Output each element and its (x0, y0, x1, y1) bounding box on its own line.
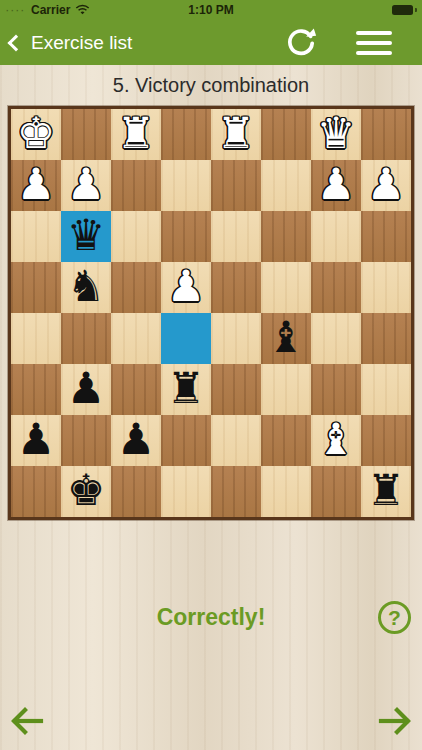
square-d5[interactable] (211, 313, 261, 364)
piece-wQ-b1: ♛ (317, 112, 356, 155)
question-mark-label: ? (388, 606, 401, 630)
square-f2[interactable] (111, 160, 161, 211)
square-c3[interactable] (261, 211, 311, 262)
piece-wR-f1: ♜ (117, 112, 156, 155)
square-c5[interactable]: ♝ (261, 313, 311, 364)
square-d6[interactable] (211, 364, 261, 415)
square-d4[interactable] (211, 262, 261, 313)
battery-icon (392, 5, 417, 15)
question-mark-icon[interactable]: ? (378, 601, 411, 634)
square-g2[interactable]: ♟ (61, 160, 111, 211)
square-h6[interactable] (11, 364, 61, 415)
piece-bN-g4: ♞ (67, 265, 106, 308)
piece-bB-c5: ♝ (267, 316, 306, 359)
square-f6[interactable] (111, 364, 161, 415)
previous-exercise-button[interactable] (8, 702, 46, 740)
piece-wP-b2: ♟ (317, 163, 356, 206)
back-button-label: Exercise list (31, 32, 132, 54)
nav-bar: Exercise list (0, 20, 422, 65)
square-b3[interactable] (311, 211, 361, 262)
square-b5[interactable] (311, 313, 361, 364)
piece-bR-e6: ♜ (167, 367, 206, 410)
square-h4[interactable] (11, 262, 61, 313)
square-g5[interactable] (61, 313, 111, 364)
piece-wP-e4: ♟ (167, 265, 206, 308)
square-g7[interactable] (61, 415, 111, 466)
square-c6[interactable] (261, 364, 311, 415)
square-h7[interactable]: ♟ (11, 415, 61, 466)
square-e8[interactable] (161, 466, 211, 517)
square-h2[interactable]: ♟ (11, 160, 61, 211)
piece-wK-h1: ♚ (17, 112, 56, 155)
square-g1[interactable] (61, 109, 111, 160)
square-b6[interactable] (311, 364, 361, 415)
square-f3[interactable] (111, 211, 161, 262)
piece-wB-b7: ♝ (317, 418, 356, 461)
square-a4[interactable] (361, 262, 411, 313)
square-a2[interactable]: ♟ (361, 160, 411, 211)
square-h8[interactable] (11, 466, 61, 517)
page-title: 5. Victory combination (0, 74, 422, 97)
piece-bK-g8: ♚ (67, 469, 106, 512)
refresh-icon[interactable] (285, 27, 317, 59)
square-d7[interactable] (211, 415, 261, 466)
square-c2[interactable] (261, 160, 311, 211)
square-f1[interactable]: ♜ (111, 109, 161, 160)
square-c1[interactable] (261, 109, 311, 160)
square-e4[interactable]: ♟ (161, 262, 211, 313)
back-button[interactable]: Exercise list (10, 20, 132, 65)
square-f4[interactable] (111, 262, 161, 313)
status-bar: ···· Carrier 1:10 PM (0, 0, 422, 20)
piece-bR-a8: ♜ (367, 469, 406, 512)
square-b1[interactable]: ♛ (311, 109, 361, 160)
square-e2[interactable] (161, 160, 211, 211)
square-g4[interactable]: ♞ (61, 262, 111, 313)
square-e5[interactable] (161, 313, 211, 364)
square-b7[interactable]: ♝ (311, 415, 361, 466)
square-a1[interactable] (361, 109, 411, 160)
chevron-left-icon (8, 35, 25, 52)
square-h1[interactable]: ♚ (11, 109, 61, 160)
square-e1[interactable] (161, 109, 211, 160)
square-h3[interactable] (11, 211, 61, 262)
square-d2[interactable] (211, 160, 261, 211)
piece-bP-h7: ♟ (17, 418, 56, 461)
square-c8[interactable] (261, 466, 311, 517)
next-exercise-button[interactable] (376, 702, 414, 740)
square-b8[interactable] (311, 466, 361, 517)
square-f8[interactable] (111, 466, 161, 517)
square-a6[interactable] (361, 364, 411, 415)
square-e7[interactable] (161, 415, 211, 466)
square-a3[interactable] (361, 211, 411, 262)
square-b2[interactable]: ♟ (311, 160, 361, 211)
square-g8[interactable]: ♚ (61, 466, 111, 517)
square-g6[interactable]: ♟ (61, 364, 111, 415)
piece-wP-g2: ♟ (67, 163, 106, 206)
chess-board: ♚♜♜♛♟♟♟♟♛♞♟♝♟♜♟♟♝♚♜ (8, 106, 414, 520)
piece-bP-g6: ♟ (67, 367, 106, 410)
hamburger-menu-icon[interactable] (356, 31, 392, 55)
piece-bP-f7: ♟ (117, 418, 156, 461)
square-c7[interactable] (261, 415, 311, 466)
piece-bQ-g3: ♛ (67, 214, 106, 257)
square-c4[interactable] (261, 262, 311, 313)
square-f5[interactable] (111, 313, 161, 364)
square-d8[interactable] (211, 466, 261, 517)
square-e6[interactable]: ♜ (161, 364, 211, 415)
square-e3[interactable] (161, 211, 211, 262)
square-g3[interactable]: ♛ (61, 211, 111, 262)
square-a5[interactable] (361, 313, 411, 364)
square-b4[interactable] (311, 262, 361, 313)
square-f7[interactable]: ♟ (111, 415, 161, 466)
feedback-message: Correctly! (0, 604, 422, 631)
piece-wR-d1: ♜ (217, 112, 256, 155)
piece-wP-a2: ♟ (367, 163, 406, 206)
piece-wP-h2: ♟ (17, 163, 56, 206)
square-d1[interactable]: ♜ (211, 109, 261, 160)
square-d3[interactable] (211, 211, 261, 262)
app-screen: ···· Carrier 1:10 PM Exercise list 5. Vi… (0, 0, 422, 750)
clock: 1:10 PM (0, 3, 422, 17)
square-a8[interactable]: ♜ (361, 466, 411, 517)
square-a7[interactable] (361, 415, 411, 466)
square-h5[interactable] (11, 313, 61, 364)
